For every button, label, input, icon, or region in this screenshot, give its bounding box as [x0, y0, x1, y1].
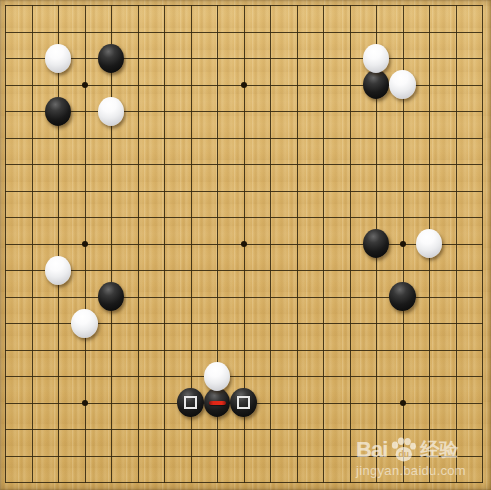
stone-black-H4: [177, 388, 204, 417]
board-intersection-Q16: [389, 71, 416, 98]
board-intersection-J5: [204, 363, 231, 390]
stone-white-J5: [204, 362, 231, 391]
star-point: [230, 230, 257, 257]
star-point: [71, 230, 98, 257]
star-point-dot: [82, 241, 88, 247]
square-marker: [237, 396, 250, 409]
go-board: Bai du 经验 jingyan.baidu.com: [0, 0, 491, 490]
board-intersection-P16: [363, 71, 390, 98]
star-point-dot: [82, 82, 88, 88]
star-point: [71, 71, 98, 98]
board-intersection-E17: [98, 45, 125, 72]
screenshot-stage: Bai du 经验 jingyan.baidu.com: [0, 0, 491, 490]
star-point-dot: [241, 82, 247, 88]
board-grid: [0, 0, 491, 490]
board-intersection-C9: [45, 257, 72, 284]
board-intersection-R10: [416, 230, 443, 257]
stone-black-J4: [204, 388, 231, 417]
stone-black-E17: [98, 44, 125, 73]
board-intersection-D7: [71, 310, 98, 337]
board-intersection-P10: [363, 230, 390, 257]
stone-black-K4: [230, 388, 257, 417]
star-point-dot: [400, 241, 406, 247]
board-intersection-C17: [45, 45, 72, 72]
star-point: [230, 71, 257, 98]
board-intersection-E15: [98, 98, 125, 125]
stone-white-P17: [363, 44, 390, 73]
stone-black-C15: [45, 97, 72, 126]
stone-black-E8: [98, 282, 125, 311]
star-point-dot: [241, 241, 247, 247]
board-intersection-J4: [204, 389, 231, 416]
board-intersection-E8: [98, 283, 125, 310]
stone-black-P10: [363, 229, 390, 258]
stone-white-C17: [45, 44, 72, 73]
star-point-dot: [82, 400, 88, 406]
board-intersection-H4: [177, 389, 204, 416]
stone-white-R10: [416, 229, 443, 258]
stone-white-E15: [98, 97, 125, 126]
star-point: [389, 389, 416, 416]
board-intersection-C15: [45, 98, 72, 125]
star-point: [71, 389, 98, 416]
stone-white-Q16: [389, 70, 416, 99]
stone-white-D7: [71, 309, 98, 338]
board-intersection-P17: [363, 45, 390, 72]
star-point-dot: [400, 400, 406, 406]
red-line-marker: [209, 401, 226, 405]
board-intersection-K4: [230, 389, 257, 416]
stone-black-P16: [363, 70, 390, 99]
square-marker: [184, 396, 197, 409]
stone-black-Q8: [389, 282, 416, 311]
stone-white-C9: [45, 256, 72, 285]
board-intersection-Q8: [389, 283, 416, 310]
star-point: [389, 230, 416, 257]
